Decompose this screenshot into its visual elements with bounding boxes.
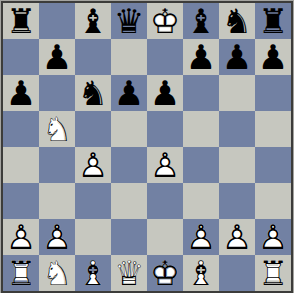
square-b2[interactable]: ♟♙ [39,219,75,255]
white-bishop-icon: ♝ [183,255,219,291]
square-a6[interactable]: ♟ [3,75,39,111]
white-pawn-outline-icon: ♙ [147,147,183,183]
square-e6[interactable]: ♟ [147,75,183,111]
square-c4[interactable]: ♟♙ [75,147,111,183]
white-pawn[interactable]: ♟♙ [183,219,219,255]
square-g3[interactable] [219,183,255,219]
black-rook-icon: ♜ [3,3,39,39]
black-pawn[interactable]: ♟ [147,75,183,111]
black-knight[interactable]: ♞ [75,75,111,111]
square-c6[interactable]: ♞ [75,75,111,111]
black-pawn[interactable]: ♟ [111,75,147,111]
black-bishop-icon: ♝ [75,3,111,39]
square-h6[interactable] [255,75,291,111]
square-g1[interactable] [219,255,255,291]
square-a8[interactable]: ♜ [3,3,39,39]
square-h5[interactable] [255,111,291,147]
square-d6[interactable]: ♟ [111,75,147,111]
square-b1[interactable]: ♞♘ [39,255,75,291]
white-pawn[interactable]: ♟♙ [39,219,75,255]
white-king[interactable]: ♚♔ [147,255,183,291]
white-queen-outline-icon: ♕ [111,255,147,291]
square-e1[interactable]: ♚♔ [147,255,183,291]
square-d2[interactable] [111,219,147,255]
black-pawn[interactable]: ♟ [3,75,39,111]
white-pawn-outline-icon: ♙ [183,219,219,255]
black-pawn-icon: ♟ [255,39,291,75]
white-pawn[interactable]: ♟♙ [219,219,255,255]
white-pawn-icon: ♟ [3,219,39,255]
white-bishop-outline-icon: ♗ [75,255,111,291]
white-pawn[interactable]: ♟♙ [147,147,183,183]
black-rook-icon: ♜ [255,3,291,39]
white-pawn-outline-icon: ♙ [39,219,75,255]
white-knight-outline-icon: ♘ [39,255,75,291]
square-a2[interactable]: ♟♙ [3,219,39,255]
square-c3[interactable] [75,183,111,219]
square-f6[interactable] [183,75,219,111]
square-e8[interactable]: ♚♔ [147,3,183,39]
black-pawn-icon: ♟ [183,39,219,75]
square-b3[interactable] [39,183,75,219]
black-pawn-icon: ♟ [111,75,147,111]
white-bishop[interactable]: ♝♗ [183,255,219,291]
black-rook[interactable]: ♜ [3,3,39,39]
white-rook-outline-icon: ♖ [3,255,39,291]
square-b5[interactable]: ♞♘ [39,111,75,147]
white-pawn-outline-icon: ♙ [219,219,255,255]
square-d3[interactable] [111,183,147,219]
square-h1[interactable]: ♜♖ [255,255,291,291]
white-queen-icon: ♛ [111,255,147,291]
square-a4[interactable] [3,147,39,183]
black-king-icon: ♚ [147,3,183,39]
white-bishop-icon: ♝ [75,255,111,291]
square-f3[interactable] [183,183,219,219]
black-pawn[interactable]: ♟ [255,39,291,75]
black-pawn-icon: ♟ [39,39,75,75]
square-c7[interactable] [75,39,111,75]
square-c1[interactable]: ♝♗ [75,255,111,291]
square-b6[interactable] [39,75,75,111]
black-pawn-icon: ♟ [219,39,255,75]
square-f4[interactable] [183,147,219,183]
square-g6[interactable] [219,75,255,111]
white-pawn-icon: ♟ [183,219,219,255]
black-knight[interactable]: ♞ [219,3,255,39]
black-bishop-icon: ♝ [183,3,219,39]
white-knight-icon: ♞ [39,255,75,291]
board-inner-frame: ♜♝♛♚♔♝♞♜♟♟♟♟♟♞♟♟♞♘♟♙♟♙♟♙♟♙♟♙♟♙♟♙♜♖♞♘♝♗♛♕… [1,1,293,293]
square-f1[interactable]: ♝♗ [183,255,219,291]
square-e2[interactable] [147,219,183,255]
white-knight-icon: ♞ [39,111,75,147]
square-f8[interactable]: ♝ [183,3,219,39]
white-pawn-icon: ♟ [147,147,183,183]
square-d1[interactable]: ♛♕ [111,255,147,291]
black-pawn-icon: ♟ [3,75,39,111]
black-pawn[interactable]: ♟ [219,39,255,75]
black-queen-icon: ♛ [111,3,147,39]
white-pawn[interactable]: ♟♙ [255,219,291,255]
square-g8[interactable]: ♞ [219,3,255,39]
black-bishop[interactable]: ♝ [75,3,111,39]
white-bishop-outline-icon: ♗ [183,255,219,291]
white-pawn-outline-icon: ♙ [3,219,39,255]
black-king[interactable]: ♚♔ [147,3,183,39]
square-c2[interactable] [75,219,111,255]
white-king-outline-icon: ♔ [147,255,183,291]
square-e3[interactable] [147,183,183,219]
square-b7[interactable]: ♟ [39,39,75,75]
white-pawn-outline-icon: ♙ [75,147,111,183]
square-f2[interactable]: ♟♙ [183,219,219,255]
white-king-icon: ♚ [147,255,183,291]
white-pawn-icon: ♟ [219,219,255,255]
white-rook[interactable]: ♜♖ [255,255,291,291]
white-pawn-icon: ♟ [75,147,111,183]
square-e5[interactable] [147,111,183,147]
white-pawn-icon: ♟ [39,219,75,255]
square-g4[interactable] [219,147,255,183]
black-bishop[interactable]: ♝ [183,3,219,39]
black-knight-icon: ♞ [219,3,255,39]
white-pawn-outline-icon: ♙ [255,219,291,255]
square-h8[interactable]: ♜ [255,3,291,39]
black-queen[interactable]: ♛ [111,3,147,39]
square-a1[interactable]: ♜♖ [3,255,39,291]
black-pawn[interactable]: ♟ [39,39,75,75]
square-g5[interactable] [219,111,255,147]
square-a3[interactable] [3,183,39,219]
square-a7[interactable] [3,39,39,75]
white-rook-icon: ♜ [3,255,39,291]
square-e7[interactable] [147,39,183,75]
square-g7[interactable]: ♟ [219,39,255,75]
chess-board: ♜♝♛♚♔♝♞♜♟♟♟♟♟♞♟♟♞♘♟♙♟♙♟♙♟♙♟♙♟♙♟♙♜♖♞♘♝♗♛♕… [3,3,291,291]
white-rook-icon: ♜ [255,255,291,291]
square-c8[interactable]: ♝ [75,3,111,39]
black-pawn-icon: ♟ [147,75,183,111]
square-d7[interactable] [111,39,147,75]
black-king-outline-icon: ♔ [147,3,183,39]
square-a5[interactable] [3,111,39,147]
white-rook-outline-icon: ♖ [255,255,291,291]
square-b4[interactable] [39,147,75,183]
white-knight[interactable]: ♞♘ [39,111,75,147]
white-bishop[interactable]: ♝♗ [75,255,111,291]
board-frame: ♜♝♛♚♔♝♞♜♟♟♟♟♟♞♟♟♞♘♟♙♟♙♟♙♟♙♟♙♟♙♟♙♜♖♞♘♝♗♛♕… [0,0,294,293]
square-h3[interactable] [255,183,291,219]
square-h4[interactable] [255,147,291,183]
square-d8[interactable]: ♛ [111,3,147,39]
white-pawn[interactable]: ♟♙ [3,219,39,255]
white-knight-outline-icon: ♘ [39,111,75,147]
square-b8[interactable] [39,3,75,39]
square-f5[interactable] [183,111,219,147]
square-d5[interactable] [111,111,147,147]
white-pawn[interactable]: ♟♙ [75,147,111,183]
square-h7[interactable]: ♟ [255,39,291,75]
square-f7[interactable]: ♟ [183,39,219,75]
square-d4[interactable] [111,147,147,183]
white-knight[interactable]: ♞♘ [39,255,75,291]
square-h2[interactable]: ♟♙ [255,219,291,255]
square-g2[interactable]: ♟♙ [219,219,255,255]
white-rook[interactable]: ♜♖ [3,255,39,291]
black-pawn[interactable]: ♟ [183,39,219,75]
white-queen[interactable]: ♛♕ [111,255,147,291]
white-pawn-icon: ♟ [255,219,291,255]
black-knight-icon: ♞ [75,75,111,111]
black-rook[interactable]: ♜ [255,3,291,39]
square-e4[interactable]: ♟♙ [147,147,183,183]
square-c5[interactable] [75,111,111,147]
